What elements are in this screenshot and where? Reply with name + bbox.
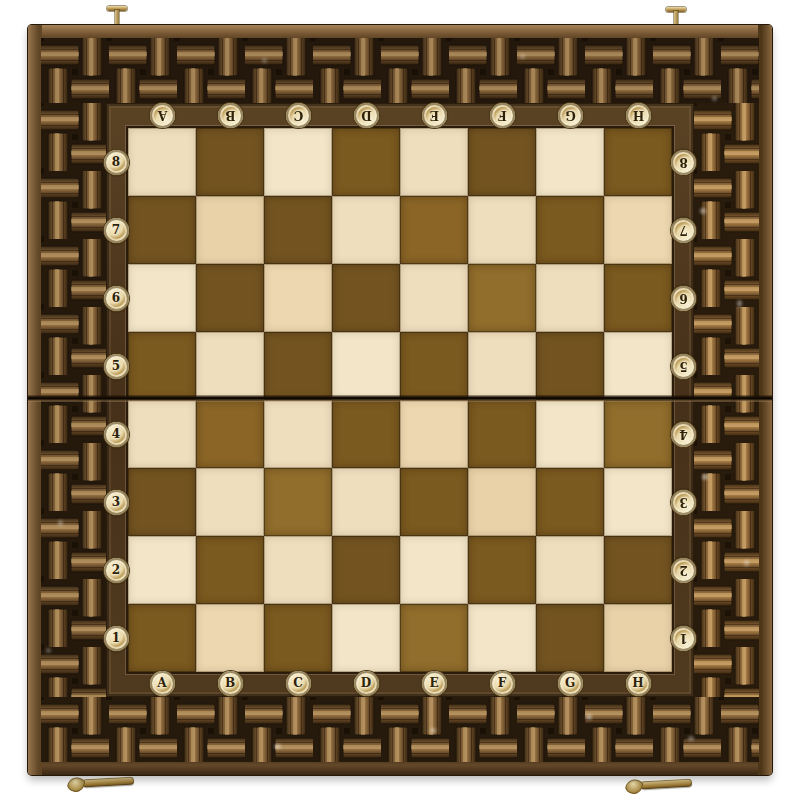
rank-label-right-7: 7 [671, 218, 696, 243]
rank-label-left-5-label: 5 [112, 360, 120, 372]
rank-label-right-1: 1 [671, 626, 696, 651]
square-b7[interactable] [196, 196, 264, 264]
rank-label-left-8-label: 8 [112, 156, 120, 168]
rank-label-left-2: 2 [104, 558, 129, 583]
file-label-top-h: H [626, 103, 651, 128]
square-a5[interactable] [128, 332, 196, 400]
square-g6[interactable] [536, 264, 604, 332]
square-a8[interactable] [128, 128, 196, 196]
rank-label-right-3: 3 [671, 490, 696, 515]
file-label-bottom-d: D [354, 671, 379, 696]
case-rim-top [28, 25, 772, 39]
rank-label-left-6-label: 6 [112, 292, 120, 304]
square-b1[interactable] [196, 604, 264, 672]
rank-label-right-7-label: 7 [679, 224, 687, 236]
rank-label-left-8: 8 [104, 150, 129, 175]
square-a7[interactable] [128, 196, 196, 264]
rank-label-right-4-label: 4 [679, 428, 687, 440]
square-f1[interactable] [468, 604, 536, 672]
square-a4[interactable] [128, 400, 196, 468]
square-g8[interactable] [536, 128, 604, 196]
square-g5[interactable] [536, 332, 604, 400]
file-label-top-a-label: A [157, 109, 166, 121]
case-rim-bottom [28, 761, 772, 775]
file-label-top-f-label: F [498, 109, 507, 121]
square-f8[interactable] [468, 128, 536, 196]
rank-label-right-4: 4 [671, 422, 696, 447]
carved-border-bottom [41, 697, 759, 762]
square-h3[interactable] [604, 468, 672, 536]
square-f2[interactable] [468, 536, 536, 604]
rank-label-left-7-label: 7 [112, 224, 120, 236]
square-e2[interactable] [400, 536, 468, 604]
file-label-top-c-label: C [293, 109, 303, 121]
file-label-bottom-e: E [422, 671, 447, 696]
file-label-bottom-b-label: B [225, 677, 235, 689]
square-e4[interactable] [400, 400, 468, 468]
rank-label-right-6-label: 6 [679, 292, 687, 304]
square-d4[interactable] [332, 400, 400, 468]
square-b4[interactable] [196, 400, 264, 468]
square-d3[interactable] [332, 468, 400, 536]
file-label-bottom-a: A [150, 671, 175, 696]
square-a1[interactable] [128, 604, 196, 672]
square-e6[interactable] [400, 264, 468, 332]
square-d5[interactable] [332, 332, 400, 400]
rank-label-right-1-label: 1 [679, 632, 687, 644]
file-label-bottom-h-label: H [632, 677, 643, 689]
square-c2[interactable] [264, 536, 332, 604]
square-d1[interactable] [332, 604, 400, 672]
square-f6[interactable] [468, 264, 536, 332]
rank-label-right-3-label: 3 [679, 496, 687, 508]
file-label-top-f: F [490, 103, 515, 128]
square-g7[interactable] [536, 196, 604, 264]
square-d6[interactable] [332, 264, 400, 332]
file-label-bottom-c: C [286, 671, 311, 696]
square-b8[interactable] [196, 128, 264, 196]
file-label-bottom-d-label: D [361, 677, 371, 689]
square-d2[interactable] [332, 536, 400, 604]
rank-label-right-2-label: 2 [679, 564, 687, 576]
rank-label-left-1-label: 1 [112, 632, 120, 644]
rank-label-left-7: 7 [104, 218, 129, 243]
square-h8[interactable] [604, 128, 672, 196]
square-a3[interactable] [128, 468, 196, 536]
rank-label-right-6: 6 [671, 286, 696, 311]
square-b2[interactable] [196, 536, 264, 604]
square-g2[interactable] [536, 536, 604, 604]
square-f3[interactable] [468, 468, 536, 536]
file-label-top-d-label: D [361, 109, 371, 121]
file-label-bottom-h: H [626, 671, 651, 696]
square-f4[interactable] [468, 400, 536, 468]
square-c1[interactable] [264, 604, 332, 672]
square-h7[interactable] [604, 196, 672, 264]
square-g1[interactable] [536, 604, 604, 672]
square-c5[interactable] [264, 332, 332, 400]
square-e1[interactable] [400, 604, 468, 672]
square-e3[interactable] [400, 468, 468, 536]
square-f5[interactable] [468, 332, 536, 400]
square-d8[interactable] [332, 128, 400, 196]
square-b3[interactable] [196, 468, 264, 536]
file-label-bottom-f-label: F [498, 677, 507, 689]
square-a6[interactable] [128, 264, 196, 332]
square-h2[interactable] [604, 536, 672, 604]
rank-label-left-3-label: 3 [112, 496, 120, 508]
file-label-bottom-f: F [490, 671, 515, 696]
file-label-top-h-label: H [632, 109, 643, 121]
square-c4[interactable] [264, 400, 332, 468]
rank-label-left-1: 1 [104, 626, 129, 651]
file-label-top-b: B [218, 103, 243, 128]
file-label-top-g: G [558, 103, 583, 128]
square-c7[interactable] [264, 196, 332, 264]
square-d7[interactable] [332, 196, 400, 264]
square-e5[interactable] [400, 332, 468, 400]
rank-label-left-6: 6 [104, 286, 129, 311]
file-label-top-a: A [150, 103, 175, 128]
square-f7[interactable] [468, 196, 536, 264]
file-label-bottom-e-label: E [429, 677, 438, 689]
rank-label-right-8-label: 8 [679, 156, 687, 168]
clasp-right [624, 772, 696, 798]
square-h1[interactable] [604, 604, 672, 672]
rank-label-left-2-label: 2 [112, 564, 120, 576]
square-b5[interactable] [196, 332, 264, 400]
rank-label-right-2: 2 [671, 558, 696, 583]
rank-label-left-4-label: 4 [112, 428, 120, 440]
file-label-top-e: E [422, 103, 447, 128]
rank-label-left-5: 5 [104, 354, 129, 379]
file-label-bottom-c-label: C [293, 677, 303, 689]
file-label-top-d: D [354, 103, 379, 128]
square-e8[interactable] [400, 128, 468, 196]
rank-label-right-8: 8 [671, 150, 696, 175]
file-label-bottom-a-label: A [157, 677, 166, 689]
rank-label-right-5-label: 5 [679, 360, 687, 372]
file-label-top-c: C [286, 103, 311, 128]
fold-seam [28, 395, 772, 402]
square-h5[interactable] [604, 332, 672, 400]
square-c8[interactable] [264, 128, 332, 196]
file-label-top-b-label: B [225, 109, 235, 121]
rank-label-left-3: 3 [104, 490, 129, 515]
file-label-top-g-label: G [565, 109, 575, 121]
square-h6[interactable] [604, 264, 672, 332]
file-label-bottom-g-label: G [565, 677, 575, 689]
rank-label-left-4: 4 [104, 422, 129, 447]
square-g3[interactable] [536, 468, 604, 536]
square-h4[interactable] [604, 400, 672, 468]
chess-box-photo: AA88BB77CC66DD55EE44FF33GG22HH11 [0, 0, 800, 800]
square-a2[interactable] [128, 536, 196, 604]
file-label-bottom-b: B [218, 671, 243, 696]
file-label-bottom-g: G [558, 671, 583, 696]
square-g4[interactable] [536, 400, 604, 468]
file-label-top-e-label: E [429, 109, 438, 121]
square-c6[interactable] [264, 264, 332, 332]
square-b6[interactable] [196, 264, 264, 332]
square-c3[interactable] [264, 468, 332, 536]
carved-border-top [41, 38, 759, 103]
square-e7[interactable] [400, 196, 468, 264]
rank-label-right-5: 5 [671, 354, 696, 379]
